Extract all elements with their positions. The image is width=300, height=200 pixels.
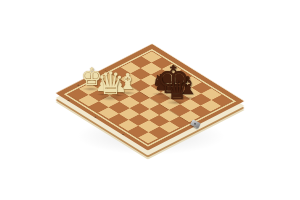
screw-icon [122,133,125,135]
product-photo-stage: ♚♝♞♟♟♝♛♚♛ [0,0,300,200]
clasp-pin [194,122,197,125]
screw-icon [67,99,70,101]
screw-icon [77,84,80,86]
screw-icon [94,116,97,118]
